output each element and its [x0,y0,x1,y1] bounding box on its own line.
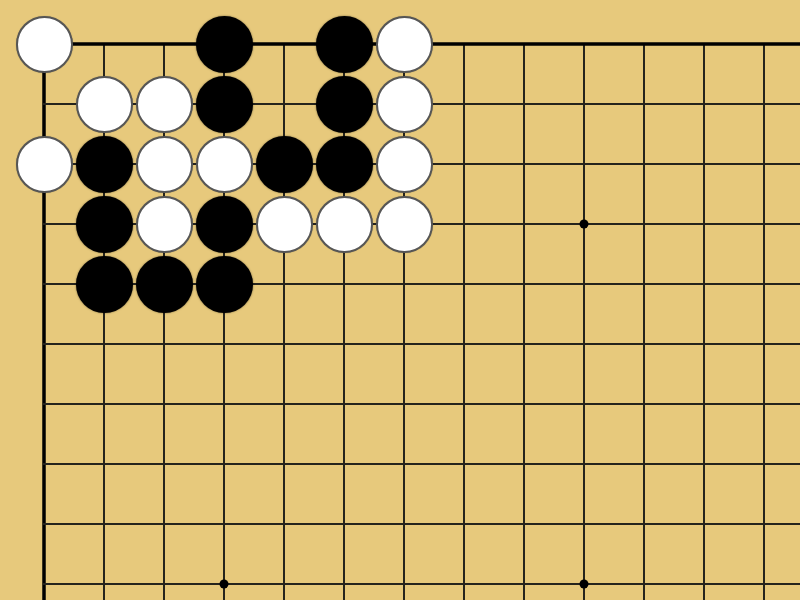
black-stone[interactable] [196,256,253,313]
white-stone[interactable] [256,196,313,253]
white-stone[interactable] [136,196,193,253]
black-stone[interactable] [316,136,373,193]
white-stone[interactable] [76,76,133,133]
black-stone[interactable] [196,16,253,73]
black-stone[interactable] [256,136,313,193]
white-stone[interactable] [196,136,253,193]
black-stone[interactable] [196,196,253,253]
stones-layer [0,0,800,600]
white-stone[interactable] [376,76,433,133]
white-stone[interactable] [136,136,193,193]
black-stone[interactable] [76,196,133,253]
black-stone[interactable] [76,256,133,313]
go-board[interactable] [0,0,800,600]
white-stone[interactable] [376,136,433,193]
black-stone[interactable] [196,76,253,133]
white-stone[interactable] [376,16,433,73]
white-stone[interactable] [136,76,193,133]
white-stone[interactable] [16,16,73,73]
white-stone[interactable] [376,196,433,253]
white-stone[interactable] [16,136,73,193]
black-stone[interactable] [136,256,193,313]
white-stone[interactable] [316,196,373,253]
black-stone[interactable] [316,16,373,73]
black-stone[interactable] [76,136,133,193]
black-stone[interactable] [316,76,373,133]
